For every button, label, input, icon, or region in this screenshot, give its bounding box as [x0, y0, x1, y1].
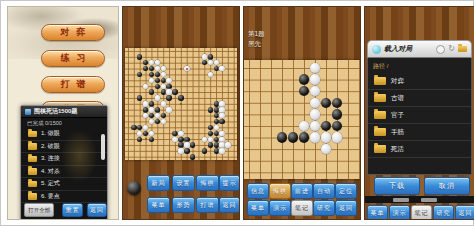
white-stone — [184, 142, 189, 147]
black-stone — [137, 125, 142, 130]
white-stone — [166, 78, 171, 83]
undo-button-active[interactable]: 悔棋 — [269, 183, 291, 199]
return-button[interactable]: 返回 — [455, 205, 474, 220]
folder-row[interactable]: 对弈 — [368, 73, 471, 90]
menu-button-records[interactable]: 打谱 — [41, 76, 105, 93]
black-stone — [208, 107, 213, 112]
path-label: 路径 / — [368, 58, 471, 73]
black-stone — [149, 113, 154, 118]
hoshi-point — [180, 68, 182, 70]
info-button[interactable]: 信息 — [247, 183, 269, 199]
new-game-button[interactable]: 新局 — [147, 175, 170, 191]
black-stone — [137, 95, 142, 100]
black-stone — [143, 60, 148, 65]
white-stone — [155, 66, 160, 71]
black-stone — [184, 137, 189, 142]
black-stone — [149, 72, 154, 77]
white-stone — [178, 131, 183, 136]
black-stone — [155, 107, 160, 112]
black-stone — [172, 131, 177, 136]
white-stone — [219, 137, 224, 142]
folder-label: 死活 — [391, 145, 404, 154]
folder-icon — [28, 168, 37, 175]
white-stone — [310, 98, 321, 109]
panel-row: 对弈 练习 打谱 联网 围棋死活1500题 已完成 0/1500 1. 做眼 2… — [7, 6, 474, 220]
panel-game-board: 新局 设置 悔棋 提示 菜单 形势 打谱 返回 — [122, 6, 240, 220]
list-item[interactable]: 6. 要点 — [21, 191, 107, 204]
white-stone — [208, 72, 213, 77]
folder-icon — [28, 193, 37, 200]
list-item[interactable]: 3. 连接 — [21, 153, 107, 166]
black-stone — [149, 66, 154, 71]
white-stone — [161, 84, 166, 89]
white-stone — [321, 144, 332, 155]
black-stone — [166, 84, 171, 89]
white-stone — [310, 86, 321, 97]
scrollbar[interactable] — [101, 134, 105, 160]
list-item-label: 5. 定式 — [41, 179, 60, 188]
list-item-label: 4. 对杀 — [41, 167, 60, 176]
black-stone — [178, 142, 183, 147]
auto-button[interactable]: 自动 — [313, 183, 335, 199]
white-stone — [310, 109, 321, 120]
black-stone — [214, 137, 219, 142]
white-stone — [225, 142, 230, 147]
black-stone — [208, 125, 213, 130]
white-stone — [143, 101, 148, 106]
black-stone — [219, 119, 224, 124]
black-stone — [149, 89, 154, 94]
load-dialog-title: 载入对局 — [384, 44, 433, 54]
hint-button[interactable]: 提示 — [219, 175, 240, 191]
list-item[interactable]: 4. 对杀 — [21, 166, 107, 179]
problem-number-label: 第1题 — [248, 29, 265, 38]
folder-row[interactable]: 死活 — [368, 141, 471, 158]
folder-icon — [374, 128, 386, 137]
white-stone — [202, 137, 207, 142]
list-item-label: 3. 连接 — [41, 154, 60, 163]
cancel-button[interactable]: 取消 — [424, 177, 470, 195]
list-item-label: 2. 破眼 — [41, 142, 60, 151]
menu-button-play[interactable]: 对弈 — [41, 24, 105, 41]
white-stone — [143, 125, 148, 130]
white-stone-marked — [184, 66, 189, 71]
folder-label: 古谱 — [391, 94, 404, 103]
white-stone — [219, 107, 224, 112]
go-board-19x19[interactable] — [125, 48, 237, 160]
black-stone — [137, 54, 142, 59]
black-stone — [214, 148, 219, 153]
white-stone — [166, 107, 171, 112]
panel-load-game: 载入对局 ↻ 路径 / 对弈 古谱 官子 手筋 死活 下载 取消 菜单 演示 笔… — [364, 6, 474, 220]
folder-icon[interactable] — [458, 46, 467, 53]
demo-button[interactable]: 演示 — [389, 205, 410, 220]
folder-icon — [28, 143, 37, 150]
dialog-title-bar: 围棋死活1500题 — [21, 106, 107, 118]
screenshot-frame: 对弈 练习 打谱 联网 围棋死活1500题 已完成 0/1500 1. 做眼 2… — [0, 0, 474, 226]
black-stone — [214, 101, 219, 106]
white-stone — [310, 74, 321, 85]
back-button[interactable]: 返回 — [87, 203, 107, 217]
problem-folder-list: 1. 做眼 2. 破眼 3. 连接 4. 对杀 5. 定式 6. 要点 — [21, 128, 107, 203]
menu-button-practice[interactable]: 练习 — [41, 50, 105, 67]
white-stone — [219, 142, 224, 147]
folder-icon — [374, 94, 386, 103]
white-stone — [143, 84, 148, 89]
download-button[interactable]: 下载 — [374, 177, 420, 195]
black-stone — [137, 72, 142, 77]
record-button[interactable]: 打谱 — [196, 197, 219, 213]
white-stone — [202, 54, 207, 59]
white-stone — [155, 113, 160, 118]
white-stone — [208, 60, 213, 65]
home-icon[interactable] — [436, 45, 445, 54]
black-stone — [131, 125, 136, 130]
white-stone — [149, 119, 154, 124]
tab-nub — [421, 198, 437, 202]
black-stone — [214, 119, 219, 124]
black-stone — [214, 142, 219, 147]
white-stone — [219, 131, 224, 136]
black-stone — [332, 109, 343, 120]
black-to-play-label: 黑先 — [248, 39, 261, 48]
folder-icon — [28, 156, 37, 163]
black-stone — [149, 101, 154, 106]
white-stone — [214, 60, 219, 65]
progress-label: 已完成 0/1500 — [21, 118, 107, 128]
white-stone — [137, 131, 142, 136]
list-item-label: 6. 要点 — [41, 192, 60, 201]
open-all-button[interactable]: 打开全部 — [24, 203, 54, 217]
list-item[interactable]: 2. 破眼 — [21, 141, 107, 154]
list-item[interactable]: 5. 定式 — [21, 178, 107, 191]
tab-nub — [393, 198, 409, 202]
white-stone — [321, 132, 332, 143]
black-stone — [208, 131, 213, 136]
refresh-icon[interactable]: ↻ — [448, 45, 455, 53]
black-stone — [299, 86, 310, 97]
white-stone — [161, 66, 166, 71]
black-stone — [155, 78, 160, 83]
dialog-footer: 打开全部 重置 返回 — [21, 203, 107, 217]
white-stone — [332, 132, 343, 143]
black-stone — [277, 132, 288, 143]
load-dialog-title-bar: 载入对局 ↻ — [367, 40, 472, 58]
white-stone — [149, 78, 154, 83]
white-stone — [310, 121, 321, 132]
black-stone — [299, 132, 310, 143]
white-stone — [155, 60, 160, 65]
black-stone — [143, 131, 148, 136]
black-stone — [178, 95, 183, 100]
demo-button[interactable]: 演示 — [269, 200, 291, 216]
white-stone — [219, 148, 224, 153]
black-stone — [166, 95, 171, 100]
folder-row[interactable]: 官子 — [368, 107, 471, 124]
white-stone — [310, 132, 321, 143]
app-icon — [372, 45, 381, 54]
list-item[interactable]: 1. 做眼 — [21, 128, 107, 141]
reset-button[interactable]: 重置 — [62, 203, 83, 217]
black-turn-indicator-stone — [127, 181, 141, 195]
locate-button[interactable]: 定位 — [335, 183, 357, 199]
folder-row[interactable]: 古谱 — [368, 90, 471, 107]
black-stone — [161, 89, 166, 94]
black-stone — [143, 66, 148, 71]
black-stone — [161, 113, 166, 118]
problem-pack-dialog: 围棋死活1500题 已完成 0/1500 1. 做眼 2. 破眼 3. 连接 4… — [20, 105, 108, 220]
black-stone — [155, 72, 160, 77]
black-stone — [172, 89, 177, 94]
return-button[interactable]: 返回 — [219, 197, 240, 213]
black-stone — [214, 131, 219, 136]
menu-button[interactable]: 菜单 — [147, 197, 170, 213]
dialog-title: 围棋死活1500题 — [34, 107, 77, 116]
white-stone — [219, 113, 224, 118]
black-stone — [190, 142, 195, 147]
notes-button-active[interactable]: 笔记 — [411, 205, 432, 220]
file-browser: 路径 / 对弈 古谱 官子 手筋 死活 — [367, 58, 472, 175]
app-icon — [25, 109, 31, 115]
folder-label: 手筋 — [391, 128, 404, 137]
panel-main-menu: 对弈 练习 打谱 联网 围棋死活1500题 已完成 0/1500 1. 做眼 2… — [7, 6, 119, 220]
white-stone — [149, 131, 154, 136]
folder-label: 对弈 — [391, 77, 404, 86]
black-stone — [155, 84, 160, 89]
panel-problem: 第1题 黑先 信息 悔棋 前进 自动 定位 菜单 演示 笔记 研究 返回 — [243, 6, 361, 220]
black-stone — [143, 107, 148, 112]
black-stone — [202, 148, 207, 153]
black-stone — [208, 54, 213, 59]
black-stone — [332, 98, 343, 109]
folder-icon — [28, 181, 37, 188]
folder-icon — [374, 145, 386, 154]
folder-row[interactable]: 手筋 — [368, 124, 471, 141]
folder-icon — [374, 111, 386, 120]
folder-label: 官子 — [391, 111, 404, 120]
settings-button[interactable]: 设置 — [172, 175, 195, 191]
black-stone — [332, 121, 343, 132]
white-stone — [310, 63, 321, 74]
white-stone — [161, 119, 166, 124]
black-stone — [321, 98, 332, 109]
forward-button[interactable]: 前进 — [291, 183, 313, 199]
white-stone — [219, 101, 224, 106]
white-stone — [299, 121, 310, 132]
white-stone — [178, 148, 183, 153]
return-button[interactable]: 返回 — [335, 200, 357, 216]
black-stone — [161, 78, 166, 83]
black-stone — [155, 119, 160, 124]
black-stone — [202, 60, 207, 65]
black-stone — [288, 132, 299, 143]
white-stone — [208, 137, 213, 142]
black-stone — [184, 148, 189, 153]
white-stone — [161, 72, 166, 77]
hoshi-point — [145, 138, 147, 140]
undo-button[interactable]: 悔棋 — [196, 175, 219, 191]
black-stone — [299, 74, 310, 85]
folder-icon — [374, 77, 386, 86]
notes-button-active[interactable]: 笔记 — [291, 200, 313, 216]
black-stone — [321, 121, 332, 132]
black-stone — [214, 113, 219, 118]
white-stone — [219, 66, 224, 71]
menu-button[interactable]: 菜单 — [247, 200, 269, 216]
white-stone — [166, 89, 171, 94]
hoshi-point — [180, 103, 182, 105]
score-estimate-button[interactable]: 形势 — [172, 197, 195, 213]
toolbar-strip — [365, 196, 474, 203]
list-item-label: 1. 做眼 — [41, 129, 60, 138]
folder-icon — [28, 131, 37, 138]
study-button[interactable]: 研究 — [313, 200, 335, 216]
white-stone — [143, 113, 148, 118]
white-stone — [149, 60, 154, 65]
white-stone — [172, 137, 177, 142]
white-stone — [161, 101, 166, 106]
go-problem-board[interactable] — [244, 60, 360, 179]
white-stone — [155, 95, 160, 100]
black-stone — [190, 154, 195, 159]
load-dialog: 载入对局 ↻ 路径 / 对弈 古谱 官子 手筋 死活 — [367, 40, 472, 175]
black-stone — [137, 137, 142, 142]
black-stone — [178, 137, 183, 142]
menu-button[interactable]: 菜单 — [367, 205, 388, 220]
study-button[interactable]: 研究 — [433, 205, 454, 220]
white-stone — [214, 125, 219, 130]
black-stone — [214, 66, 219, 71]
black-stone — [214, 107, 219, 112]
white-stone — [149, 107, 154, 112]
black-stone — [149, 137, 154, 142]
black-stone — [208, 142, 213, 147]
